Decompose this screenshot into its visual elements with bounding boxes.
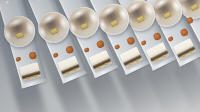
solder-pad bbox=[127, 36, 136, 45]
connector-pin bbox=[135, 58, 139, 62]
led-die bbox=[80, 22, 88, 29]
led-die bbox=[190, 3, 199, 11]
led-die bbox=[136, 15, 145, 23]
connector-pin bbox=[97, 65, 101, 69]
solder-pad bbox=[167, 36, 173, 42]
wire-connector bbox=[19, 62, 41, 82]
lens-top-highlight bbox=[36, 9, 59, 27]
lens-top-highlight bbox=[67, 4, 90, 23]
connector-pin bbox=[128, 62, 132, 66]
connector-pin bbox=[162, 54, 166, 58]
connector-pin bbox=[189, 50, 193, 54]
connector-pin bbox=[182, 54, 186, 58]
led-die bbox=[49, 27, 57, 34]
connector-pin bbox=[34, 74, 38, 77]
solder-pad bbox=[153, 32, 162, 41]
connector-pin bbox=[73, 67, 77, 70]
led-die bbox=[110, 19, 118, 27]
connector-pin bbox=[155, 57, 159, 61]
led-die bbox=[15, 32, 23, 39]
led-die bbox=[163, 11, 172, 19]
silkscreen-mark bbox=[5, 1, 8, 4]
solder-pad bbox=[29, 52, 37, 60]
solder-pad bbox=[180, 28, 189, 37]
connector-pin bbox=[104, 62, 108, 66]
solder-pad bbox=[96, 40, 104, 48]
led-strip-photo bbox=[0, 0, 200, 112]
connector-pin bbox=[26, 77, 30, 80]
solder-pad bbox=[114, 43, 120, 49]
lens-top-highlight bbox=[96, 0, 119, 19]
solder-pad bbox=[65, 45, 73, 53]
solder-pad bbox=[15, 56, 21, 62]
solder-pad bbox=[84, 47, 90, 53]
solder-pad bbox=[140, 39, 146, 45]
connector-pin bbox=[65, 70, 69, 73]
solder-pad bbox=[52, 52, 58, 58]
